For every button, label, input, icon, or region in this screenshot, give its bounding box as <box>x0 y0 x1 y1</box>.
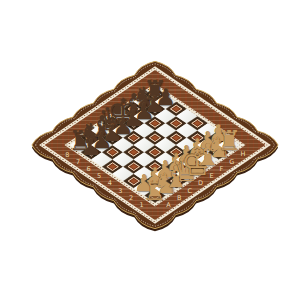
rank-label-5: 5 <box>97 172 101 180</box>
rank-label-1: 1 <box>139 201 143 209</box>
file-label-a: A <box>166 201 170 209</box>
file-label-g: G <box>229 158 234 166</box>
rank-label-6: 6 <box>86 165 90 173</box>
file-label-h: H <box>240 150 245 158</box>
file-label-b: B <box>177 193 181 201</box>
file-label-d: D <box>198 179 203 187</box>
rank-label-3: 3 <box>118 186 122 194</box>
rank-label-2: 2 <box>129 193 133 201</box>
mosaic-band-outer: ♜♞♝♛♚♝♞♜♟♟♟♟♟♟♟♟♟♟♟♟♟♟♟♟♜♞♝♛♚♝♞♜ ABCDEFG… <box>39 66 271 224</box>
rank-label-7: 7 <box>76 157 80 165</box>
rank-label-4: 4 <box>108 179 112 187</box>
rank-label-8: 8 <box>65 150 69 158</box>
coordinate-band: ♜♞♝♛♚♝♞♜♟♟♟♟♟♟♟♟♟♟♟♟♟♟♟♟♜♞♝♛♚♝♞♜ ABCDEFG… <box>45 70 266 220</box>
file-label-e: E <box>209 172 213 180</box>
chess-board: ♜♞♝♛♚♝♞♜♟♟♟♟♟♟♟♟♟♟♟♟♟♟♟♟♜♞♝♛♚♝♞♜ ABCDEFG… <box>21 54 290 237</box>
piece-white-rook[interactable]: ♜ <box>222 133 237 148</box>
piece-black-pawn[interactable]: ♟ <box>158 90 173 105</box>
file-label-f: F <box>219 165 223 173</box>
product-photo-canvas: ♜♞♝♛♚♝♞♜♟♟♟♟♟♟♟♟♟♟♟♟♟♟♟♟♜♞♝♛♚♝♞♜ ABCDEFG… <box>0 0 300 300</box>
square-h1[interactable]: ♜ <box>219 138 240 152</box>
file-label-c: C <box>187 186 192 194</box>
